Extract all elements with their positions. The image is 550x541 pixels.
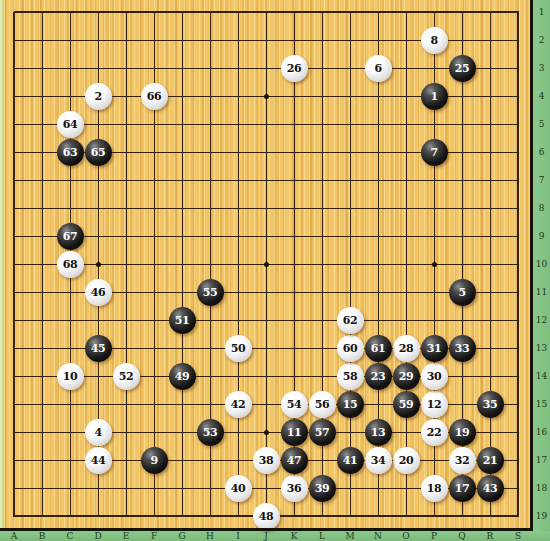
stone-move-number: 42	[231, 399, 245, 410]
stone-black-move-21: 21	[477, 447, 504, 474]
stone-white-move-6: 6	[365, 55, 392, 82]
stone-move-number: 46	[91, 287, 105, 298]
stone-black-move-9: 9	[141, 447, 168, 474]
stone-move-number: 1	[430, 91, 437, 102]
stone-black-move-41: 41	[337, 447, 364, 474]
row-label-16: 16	[533, 427, 550, 437]
stone-black-move-33: 33	[449, 335, 476, 362]
stone-move-number: 2	[94, 91, 101, 102]
stone-move-number: 54	[287, 399, 301, 410]
stone-move-number: 45	[91, 343, 105, 354]
stone-white-move-66: 66	[141, 83, 168, 110]
stone-move-number: 56	[315, 399, 329, 410]
grid-line-horizontal-12	[14, 320, 519, 321]
stone-white-move-52: 52	[113, 363, 140, 390]
col-label-B: B	[34, 531, 50, 541]
stone-move-number: 25	[455, 63, 469, 74]
stone-move-number: 6	[374, 63, 381, 74]
stone-move-number: 28	[399, 343, 413, 354]
stone-black-move-7: 7	[421, 139, 448, 166]
stone-black-move-63: 63	[57, 139, 84, 166]
go-board-diagram: 1245678910111213151718192021222325262829…	[0, 0, 550, 541]
stone-move-number: 36	[287, 483, 301, 494]
stone-black-move-45: 45	[85, 335, 112, 362]
stone-black-move-1: 1	[421, 83, 448, 110]
stone-black-move-11: 11	[281, 419, 308, 446]
stone-white-move-28: 28	[393, 335, 420, 362]
stone-move-number: 47	[287, 455, 301, 466]
col-label-R: R	[482, 531, 498, 541]
stone-white-move-64: 64	[57, 111, 84, 138]
stone-white-move-36: 36	[281, 475, 308, 502]
stone-move-number: 17	[455, 483, 469, 494]
grid-line-vertical-M	[350, 12, 351, 517]
col-label-I: I	[230, 531, 246, 541]
stone-move-number: 29	[399, 371, 413, 382]
row-label-19: 19	[533, 511, 550, 521]
row-label-9: 9	[533, 231, 550, 241]
stone-move-number: 40	[231, 483, 245, 494]
stone-black-move-35: 35	[477, 391, 504, 418]
star-point-P10	[432, 262, 437, 267]
stone-black-move-29: 29	[393, 363, 420, 390]
stone-move-number: 7	[430, 147, 437, 158]
stone-white-move-68: 68	[57, 251, 84, 278]
stone-white-move-40: 40	[225, 475, 252, 502]
stone-move-number: 59	[399, 399, 413, 410]
stone-move-number: 21	[483, 455, 497, 466]
stone-black-move-49: 49	[169, 363, 196, 390]
grid-line-vertical-S	[517, 12, 519, 517]
col-label-D: D	[90, 531, 106, 541]
grid-line-vertical-R	[490, 12, 491, 517]
stone-white-move-44: 44	[85, 447, 112, 474]
stone-move-number: 68	[63, 259, 77, 270]
stone-black-move-43: 43	[477, 475, 504, 502]
stone-move-number: 18	[427, 483, 441, 494]
row-label-6: 6	[533, 147, 550, 157]
stone-black-move-23: 23	[365, 363, 392, 390]
stone-white-move-8: 8	[421, 27, 448, 54]
stone-move-number: 19	[455, 427, 469, 438]
stone-move-number: 41	[343, 455, 357, 466]
stone-white-move-58: 58	[337, 363, 364, 390]
stone-white-move-54: 54	[281, 391, 308, 418]
stone-move-number: 23	[371, 371, 385, 382]
stone-move-number: 64	[63, 119, 77, 130]
stone-white-move-32: 32	[449, 447, 476, 474]
stone-move-number: 55	[203, 287, 217, 298]
col-label-A: A	[6, 531, 22, 541]
stone-move-number: 49	[175, 371, 189, 382]
stone-white-move-38: 38	[253, 447, 280, 474]
stone-black-move-13: 13	[365, 419, 392, 446]
stone-white-move-48: 48	[253, 503, 280, 530]
row-label-3: 3	[533, 63, 550, 73]
stone-move-number: 10	[63, 371, 77, 382]
stone-move-number: 31	[427, 343, 441, 354]
stone-white-move-34: 34	[365, 447, 392, 474]
col-label-N: N	[370, 531, 386, 541]
row-label-10: 10	[533, 259, 550, 269]
row-label-5: 5	[533, 119, 550, 129]
col-label-H: H	[202, 531, 218, 541]
stone-black-move-19: 19	[449, 419, 476, 446]
grid-line-vertical-O	[406, 12, 407, 517]
stone-move-number: 35	[483, 399, 497, 410]
stone-black-move-5: 5	[449, 279, 476, 306]
stone-move-number: 57	[315, 427, 329, 438]
stone-move-number: 66	[147, 91, 161, 102]
stone-move-number: 58	[343, 371, 357, 382]
col-label-F: F	[146, 531, 162, 541]
stone-move-number: 65	[91, 147, 105, 158]
stone-move-number: 32	[455, 455, 469, 466]
stone-move-number: 34	[371, 455, 385, 466]
stone-black-move-55: 55	[197, 279, 224, 306]
star-point-J16	[264, 430, 269, 435]
stone-move-number: 60	[343, 343, 357, 354]
stone-white-move-46: 46	[85, 279, 112, 306]
stone-white-move-4: 4	[85, 419, 112, 446]
stone-white-move-56: 56	[309, 391, 336, 418]
stone-move-number: 38	[259, 455, 273, 466]
row-label-15: 15	[533, 399, 550, 409]
col-label-P: P	[426, 531, 442, 541]
stone-move-number: 52	[119, 371, 133, 382]
stone-move-number: 11	[287, 427, 301, 438]
stone-white-move-20: 20	[393, 447, 420, 474]
stone-move-number: 22	[427, 427, 441, 438]
stone-white-move-26: 26	[281, 55, 308, 82]
stone-white-move-22: 22	[421, 419, 448, 446]
stone-move-number: 43	[483, 483, 497, 494]
stone-black-move-61: 61	[365, 335, 392, 362]
stone-move-number: 53	[203, 427, 217, 438]
stone-move-number: 50	[231, 343, 245, 354]
row-label-11: 11	[533, 287, 550, 297]
stone-white-move-60: 60	[337, 335, 364, 362]
col-label-M: M	[342, 531, 358, 541]
stone-black-move-67: 67	[57, 223, 84, 250]
board-left-margin	[0, 0, 4, 528]
stone-white-move-2: 2	[85, 83, 112, 110]
col-label-L: L	[314, 531, 330, 541]
col-label-O: O	[398, 531, 414, 541]
col-label-G: G	[174, 531, 190, 541]
stone-black-move-17: 17	[449, 475, 476, 502]
row-label-2: 2	[533, 35, 550, 45]
stone-move-number: 51	[175, 315, 189, 326]
col-label-S: S	[510, 531, 526, 541]
stone-move-number: 62	[343, 315, 357, 326]
stone-move-number: 13	[371, 427, 385, 438]
stone-white-move-18: 18	[421, 475, 448, 502]
stone-white-move-12: 12	[421, 391, 448, 418]
stone-move-number: 48	[259, 511, 273, 522]
stone-move-number: 5	[458, 287, 465, 298]
col-label-C: C	[62, 531, 78, 541]
col-label-K: K	[286, 531, 302, 541]
star-point-D10	[96, 262, 101, 267]
stone-move-number: 4	[94, 427, 101, 438]
stone-move-number: 63	[63, 147, 77, 158]
col-label-E: E	[118, 531, 134, 541]
stone-move-number: 33	[455, 343, 469, 354]
stone-white-move-62: 62	[337, 307, 364, 334]
stone-move-number: 39	[315, 483, 329, 494]
stone-move-number: 15	[343, 399, 357, 410]
stone-move-number: 30	[427, 371, 441, 382]
stone-white-move-30: 30	[421, 363, 448, 390]
row-label-8: 8	[533, 203, 550, 213]
stone-black-move-59: 59	[393, 391, 420, 418]
star-point-J10	[264, 262, 269, 267]
stone-move-number: 67	[63, 231, 77, 242]
stone-move-number: 61	[371, 343, 385, 354]
stone-move-number: 9	[150, 455, 157, 466]
stone-white-move-10: 10	[57, 363, 84, 390]
stone-move-number: 20	[399, 455, 413, 466]
row-label-1: 1	[533, 7, 550, 17]
row-label-12: 12	[533, 315, 550, 325]
stone-black-move-47: 47	[281, 447, 308, 474]
stone-black-move-15: 15	[337, 391, 364, 418]
stone-black-move-51: 51	[169, 307, 196, 334]
stone-white-move-42: 42	[225, 391, 252, 418]
stone-move-number: 8	[430, 35, 437, 46]
stone-white-move-50: 50	[225, 335, 252, 362]
row-label-18: 18	[533, 483, 550, 493]
stone-move-number: 26	[287, 63, 301, 74]
row-label-14: 14	[533, 371, 550, 381]
row-label-17: 17	[533, 455, 550, 465]
star-point-J4	[264, 94, 269, 99]
col-label-Q: Q	[454, 531, 470, 541]
row-label-4: 4	[533, 91, 550, 101]
stone-black-move-53: 53	[197, 419, 224, 446]
row-label-13: 13	[533, 343, 550, 353]
stone-move-number: 12	[427, 399, 441, 410]
row-label-7: 7	[533, 175, 550, 185]
stone-black-move-57: 57	[309, 419, 336, 446]
stone-black-move-65: 65	[85, 139, 112, 166]
col-label-J: J	[258, 531, 274, 541]
stone-black-move-39: 39	[309, 475, 336, 502]
stone-move-number: 44	[91, 455, 105, 466]
stone-black-move-31: 31	[421, 335, 448, 362]
stone-black-move-25: 25	[449, 55, 476, 82]
